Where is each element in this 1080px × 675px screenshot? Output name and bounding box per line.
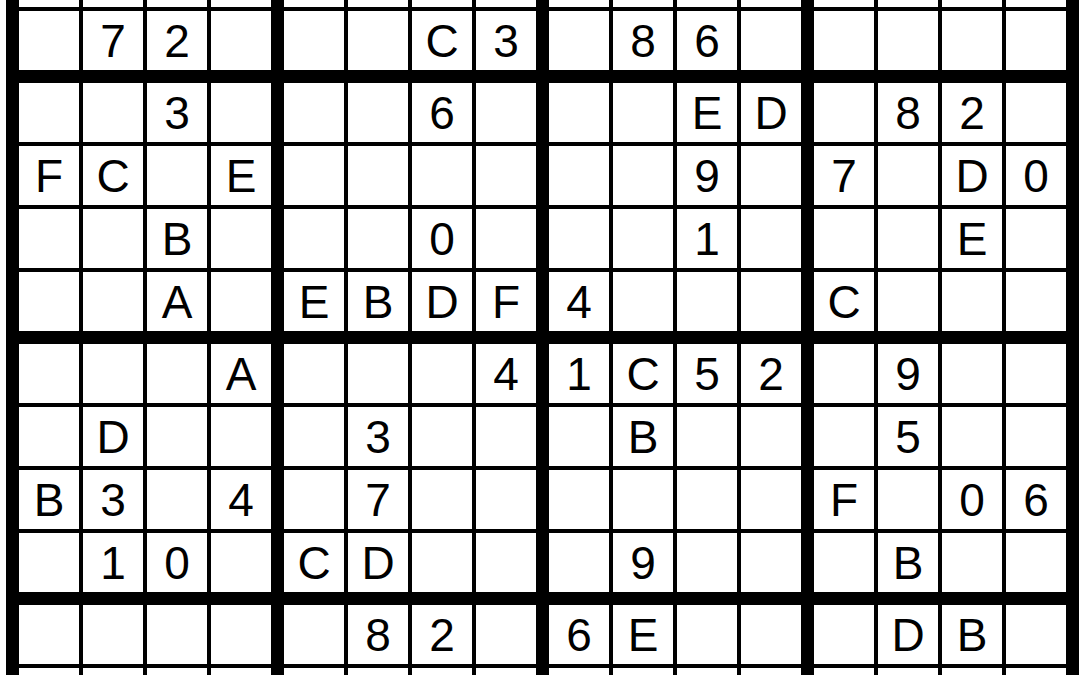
cell-r7c5-empty[interactable]	[284, 209, 348, 272]
cell-r5c16-empty[interactable]	[1006, 83, 1079, 146]
cell-r4c1-empty[interactable]	[19, 11, 83, 83]
cell-r14c2-empty[interactable]	[83, 668, 147, 675]
cell-r6c15-given: D	[942, 146, 1006, 209]
cell-r6c12-empty[interactable]	[741, 146, 814, 209]
cell-r3c16-empty[interactable]	[1006, 0, 1079, 11]
cell-r7c3-given: B	[147, 209, 211, 272]
cell-r7c2-empty[interactable]	[83, 209, 147, 272]
cell-r6c6-empty[interactable]	[348, 146, 412, 209]
cell-r14c15-empty[interactable]	[942, 668, 1006, 675]
cell-r13c9-given: 6	[549, 605, 613, 668]
cell-r10c16-empty[interactable]	[1006, 407, 1079, 470]
cell-r14c8-empty[interactable]	[476, 668, 549, 675]
cell-r8c7-given: D	[412, 272, 476, 344]
cell-r7c16-empty[interactable]	[1006, 209, 1079, 272]
cell-r4c9-empty[interactable]	[549, 11, 613, 83]
board-row-3	[19, 0, 1079, 11]
cell-r7c4-empty[interactable]	[211, 209, 284, 272]
cell-r8c12-empty[interactable]	[741, 272, 814, 344]
cell-r4c6-empty[interactable]	[348, 11, 412, 83]
cell-r4c15-empty[interactable]	[942, 11, 1006, 83]
cell-r3c11-empty[interactable]	[677, 0, 741, 11]
cell-r4c12-empty[interactable]	[741, 11, 814, 83]
cell-r4c14-empty[interactable]	[878, 11, 942, 83]
cell-r7c6-empty[interactable]	[348, 209, 412, 272]
cell-r7c15-given: E	[942, 209, 1006, 272]
cell-r8c10-empty[interactable]	[613, 272, 677, 344]
cell-r3c8-empty[interactable]	[476, 0, 549, 11]
cell-r3c5-empty[interactable]	[284, 0, 348, 11]
cell-r10c13-empty[interactable]	[814, 407, 878, 470]
cell-r6c16-given: 0	[1006, 146, 1079, 209]
cell-r12c7-empty[interactable]	[412, 533, 476, 605]
cell-r11c12-empty[interactable]	[741, 470, 814, 533]
cell-r11c5-empty[interactable]	[284, 470, 348, 533]
cell-r4c11-given: 6	[677, 11, 741, 83]
cell-r14c1-empty[interactable]	[19, 668, 83, 675]
cell-r12c13-empty[interactable]	[814, 533, 878, 605]
cell-r7c14-empty[interactable]	[878, 209, 942, 272]
cell-r13c15-given: B	[942, 605, 1006, 668]
cell-r10c7-empty[interactable]	[412, 407, 476, 470]
cell-r9c8-given: 4	[476, 344, 549, 407]
cell-r5c15-given: 2	[942, 83, 1006, 146]
cell-r13c6-given: 8	[348, 605, 412, 668]
cell-r13c14-given: D	[878, 605, 942, 668]
cell-r7c9-empty[interactable]	[549, 209, 613, 272]
cell-r12c14-given: B	[878, 533, 942, 605]
cell-r14c14-empty[interactable]	[878, 668, 942, 675]
cell-r5c6-empty[interactable]	[348, 83, 412, 146]
cell-r3c12-empty[interactable]	[741, 0, 814, 11]
cell-r14c6-empty[interactable]	[348, 668, 412, 675]
board-row-8: AEBDF4C	[19, 272, 1079, 344]
cell-r5c12-given: D	[741, 83, 814, 146]
cell-r11c13-given: F	[814, 470, 878, 533]
cell-r13c16-empty[interactable]	[1006, 605, 1079, 668]
cell-r5c4-empty[interactable]	[211, 83, 284, 146]
cell-r12c15-empty[interactable]	[942, 533, 1006, 605]
cell-r10c8-empty[interactable]	[476, 407, 549, 470]
cell-r5c10-empty[interactable]	[613, 83, 677, 146]
cell-r3c15-empty[interactable]	[942, 0, 1006, 11]
cell-r12c3-given: 0	[147, 533, 211, 605]
cell-r8c9-given: 4	[549, 272, 613, 344]
cell-r7c8-empty[interactable]	[476, 209, 549, 272]
board-row-14	[19, 668, 1079, 675]
cell-r12c11-empty[interactable]	[677, 533, 741, 605]
cell-r11c15-given: 0	[942, 470, 1006, 533]
cell-r10c10-given: B	[613, 407, 677, 470]
cell-r8c1-empty[interactable]	[19, 272, 83, 344]
cell-r9c4-given: A	[211, 344, 284, 407]
cell-r5c13-empty[interactable]	[814, 83, 878, 146]
cell-r6c13-given: 7	[814, 146, 878, 209]
cell-r9c16-empty[interactable]	[1006, 344, 1079, 407]
cell-r8c14-empty[interactable]	[878, 272, 942, 344]
cell-r14c4-empty[interactable]	[211, 668, 284, 675]
board-row-5: 36ED82	[19, 83, 1079, 146]
board-row-12: 10CD9B	[19, 533, 1079, 605]
cell-r5c5-empty[interactable]	[284, 83, 348, 146]
cell-r7c10-empty[interactable]	[613, 209, 677, 272]
cell-r10c3-empty[interactable]	[147, 407, 211, 470]
cell-r3c9-empty[interactable]	[549, 0, 613, 11]
cell-r8c5-given: E	[284, 272, 348, 344]
cell-r4c10-given: 8	[613, 11, 677, 83]
cell-r13c3-empty[interactable]	[147, 605, 211, 668]
cell-r12c6-given: D	[348, 533, 412, 605]
cell-r8c4-empty[interactable]	[211, 272, 284, 344]
cell-r9c15-empty[interactable]	[942, 344, 1006, 407]
cell-r11c10-empty[interactable]	[613, 470, 677, 533]
cell-r4c7-given: C	[412, 11, 476, 83]
cell-r13c12-empty[interactable]	[741, 605, 814, 668]
cell-r9c5-empty[interactable]	[284, 344, 348, 407]
board-row-9: A41C529	[19, 344, 1079, 407]
cell-r13c11-empty[interactable]	[677, 605, 741, 668]
cell-r13c13-empty[interactable]	[814, 605, 878, 668]
cell-r11c4-given: 4	[211, 470, 284, 533]
cell-r12c1-empty[interactable]	[19, 533, 83, 605]
cell-r5c2-empty[interactable]	[83, 83, 147, 146]
cell-r7c12-empty[interactable]	[741, 209, 814, 272]
board-row-4: 72C386	[19, 11, 1079, 83]
cell-r3c7-empty[interactable]	[412, 0, 476, 11]
cell-r6c14-empty[interactable]	[878, 146, 942, 209]
cell-r14c7-empty[interactable]	[412, 668, 476, 675]
cell-r6c9-empty[interactable]	[549, 146, 613, 209]
cell-r3c2-empty[interactable]	[83, 0, 147, 11]
cell-r10c4-empty[interactable]	[211, 407, 284, 470]
cell-r12c5-given: C	[284, 533, 348, 605]
cell-r4c4-empty[interactable]	[211, 11, 284, 83]
cell-r9c1-empty[interactable]	[19, 344, 83, 407]
cell-r13c10-given: E	[613, 605, 677, 668]
puzzle-viewport: 72C38636ED82FCE97D0B01EAEBDF4CA41C529D3B…	[0, 0, 1080, 675]
cell-r3c3-empty[interactable]	[147, 0, 211, 11]
cell-r12c16-empty[interactable]	[1006, 533, 1079, 605]
cell-r8c6-given: B	[348, 272, 412, 344]
cell-r14c3-empty[interactable]	[147, 668, 211, 675]
cell-r3c10-empty[interactable]	[613, 0, 677, 11]
cell-r11c11-empty[interactable]	[677, 470, 741, 533]
cell-r10c1-empty[interactable]	[19, 407, 83, 470]
cell-r3c4-empty[interactable]	[211, 0, 284, 11]
cell-r14c16-empty[interactable]	[1006, 668, 1079, 675]
cell-r4c16-empty[interactable]	[1006, 11, 1079, 83]
cell-r4c3-given: 2	[147, 11, 211, 83]
cell-r9c11-given: 5	[677, 344, 741, 407]
hexadoku-board: 72C38636ED82FCE97D0B01EAEBDF4CA41C529D3B…	[6, 0, 1079, 675]
cell-r11c2-given: 3	[83, 470, 147, 533]
cell-r6c2-given: C	[83, 146, 147, 209]
cell-r12c12-empty[interactable]	[741, 533, 814, 605]
cell-r9c2-empty[interactable]	[83, 344, 147, 407]
cell-r6c3-empty[interactable]	[147, 146, 211, 209]
cell-r5c9-empty[interactable]	[549, 83, 613, 146]
cell-r13c4-empty[interactable]	[211, 605, 284, 668]
cell-r8c16-empty[interactable]	[1006, 272, 1079, 344]
cell-r7c7-given: 0	[412, 209, 476, 272]
cell-r12c8-empty[interactable]	[476, 533, 549, 605]
cell-r5c3-given: 3	[147, 83, 211, 146]
cell-r8c11-empty[interactable]	[677, 272, 741, 344]
cell-r13c2-empty[interactable]	[83, 605, 147, 668]
cell-r14c5-empty[interactable]	[284, 668, 348, 675]
cell-r9c14-given: 9	[878, 344, 942, 407]
cell-r8c8-given: F	[476, 272, 549, 344]
cell-r8c3-given: A	[147, 272, 211, 344]
cell-r10c5-empty[interactable]	[284, 407, 348, 470]
board-row-11: B347F06	[19, 470, 1079, 533]
cell-r9c6-empty[interactable]	[348, 344, 412, 407]
cell-r3c6-empty[interactable]	[348, 0, 412, 11]
cell-r3c1-empty[interactable]	[19, 0, 83, 11]
cell-r6c8-empty[interactable]	[476, 146, 549, 209]
cell-r11c6-given: 7	[348, 470, 412, 533]
cell-r9c7-empty[interactable]	[412, 344, 476, 407]
cell-r12c4-empty[interactable]	[211, 533, 284, 605]
cell-r10c11-empty[interactable]	[677, 407, 741, 470]
cell-r11c16-given: 6	[1006, 470, 1079, 533]
cell-r10c12-empty[interactable]	[741, 407, 814, 470]
cell-r5c11-given: E	[677, 83, 741, 146]
cell-r10c9-empty[interactable]	[549, 407, 613, 470]
cell-r12c2-given: 1	[83, 533, 147, 605]
cell-r6c5-empty[interactable]	[284, 146, 348, 209]
cell-r6c7-empty[interactable]	[412, 146, 476, 209]
cell-r3c13-empty[interactable]	[814, 0, 878, 11]
cell-r7c11-given: 1	[677, 209, 741, 272]
cell-r9c9-given: 1	[549, 344, 613, 407]
cell-r10c6-given: 3	[348, 407, 412, 470]
cell-r13c7-given: 2	[412, 605, 476, 668]
cell-r5c14-given: 8	[878, 83, 942, 146]
cell-r5c7-given: 6	[412, 83, 476, 146]
cell-r4c2-given: 7	[83, 11, 147, 83]
cell-r14c9-empty[interactable]	[549, 668, 613, 675]
cell-r5c8-empty[interactable]	[476, 83, 549, 146]
cell-r14c12-empty[interactable]	[741, 668, 814, 675]
cell-r10c15-empty[interactable]	[942, 407, 1006, 470]
cell-r8c13-given: C	[814, 272, 878, 344]
cell-r6c4-given: E	[211, 146, 284, 209]
board-row-7: B01E	[19, 209, 1079, 272]
cell-r3c14-empty[interactable]	[878, 0, 942, 11]
cell-r9c12-given: 2	[741, 344, 814, 407]
cell-r11c14-empty[interactable]	[878, 470, 942, 533]
board-row-13: 826EDB	[19, 605, 1079, 668]
cell-r9c3-empty[interactable]	[147, 344, 211, 407]
cell-r10c2-given: D	[83, 407, 147, 470]
cell-r11c3-empty[interactable]	[147, 470, 211, 533]
cell-r11c9-empty[interactable]	[549, 470, 613, 533]
cell-r13c5-empty[interactable]	[284, 605, 348, 668]
cell-r11c1-given: B	[19, 470, 83, 533]
cell-r7c1-empty[interactable]	[19, 209, 83, 272]
cell-r8c15-empty[interactable]	[942, 272, 1006, 344]
cell-r14c13-empty[interactable]	[814, 668, 878, 675]
board-row-10: D3B5	[19, 407, 1079, 470]
cell-r10c14-given: 5	[878, 407, 942, 470]
cell-r4c5-empty[interactable]	[284, 11, 348, 83]
board-row-6: FCE97D0	[19, 146, 1079, 209]
cell-r11c8-empty[interactable]	[476, 470, 549, 533]
cell-r4c8-given: 3	[476, 11, 549, 83]
cell-r6c11-given: 9	[677, 146, 741, 209]
cell-r5c1-empty[interactable]	[19, 83, 83, 146]
cell-r6c10-empty[interactable]	[613, 146, 677, 209]
cell-r8c2-empty[interactable]	[83, 272, 147, 344]
cell-r9c10-given: C	[613, 344, 677, 407]
cell-r4c13-empty[interactable]	[814, 11, 878, 83]
cell-r12c9-empty[interactable]	[549, 533, 613, 605]
cell-r11c7-empty[interactable]	[412, 470, 476, 533]
cell-r12c10-given: 9	[613, 533, 677, 605]
cell-r14c10-empty[interactable]	[613, 668, 677, 675]
cell-r7c13-empty[interactable]	[814, 209, 878, 272]
cell-r14c11-empty[interactable]	[677, 668, 741, 675]
cell-r6c1-given: F	[19, 146, 83, 209]
cell-r13c1-empty[interactable]	[19, 605, 83, 668]
cell-r13c8-empty[interactable]	[476, 605, 549, 668]
cell-r9c13-empty[interactable]	[814, 344, 878, 407]
